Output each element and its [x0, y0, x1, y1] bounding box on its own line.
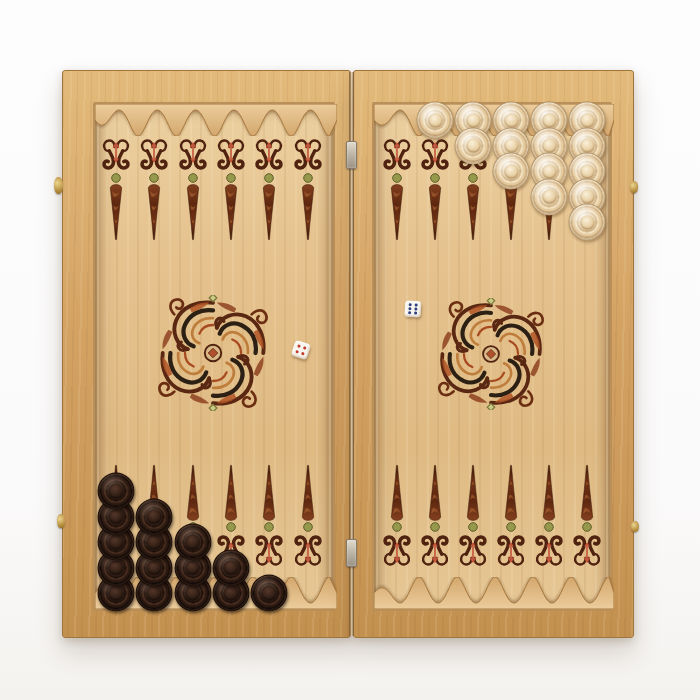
- die-pip: [414, 307, 417, 310]
- die-pip: [301, 352, 305, 356]
- point-bottom-left-6[interactable]: [290, 464, 326, 570]
- carved-scallop-edge: [95, 104, 333, 136]
- point-ornament: [290, 135, 326, 241]
- point-top-right-2[interactable]: [417, 135, 453, 241]
- point-ornament: [175, 135, 211, 241]
- backgammon-board-scene: ○○○○○○○○○○○○○○○●●●●●●●●●●●●●●●: [0, 0, 700, 700]
- point-ornament: [417, 464, 453, 570]
- point-ornament: [136, 135, 172, 241]
- point-ornament: [531, 464, 567, 570]
- point-ornament: [98, 135, 134, 241]
- point-top-left-1[interactable]: [98, 135, 134, 241]
- point-ornament: [213, 135, 249, 241]
- point-ornament: [455, 464, 491, 570]
- point-bottom-right-2[interactable]: [417, 464, 453, 570]
- checker-black[interactable]: ●: [251, 575, 288, 612]
- checker-glyph: ○: [570, 205, 605, 240]
- hinge-bottom: [346, 539, 357, 567]
- checker-glyph: ●: [252, 576, 287, 611]
- checker-glyph: ●: [99, 474, 134, 509]
- checker-white[interactable]: ○: [493, 153, 530, 190]
- die-pip: [409, 303, 412, 306]
- checker-black[interactable]: ●: [212, 549, 249, 586]
- point-bottom-left-5[interactable]: [251, 464, 287, 570]
- point-bottom-right-5[interactable]: [531, 464, 567, 570]
- clasp-pin-3: [630, 181, 638, 193]
- checker-black[interactable]: ●: [136, 498, 173, 535]
- die-pip: [295, 350, 299, 354]
- checker-white[interactable]: ○: [417, 102, 454, 139]
- checker-white[interactable]: ○: [569, 204, 606, 241]
- point-top-left-6[interactable]: [290, 135, 326, 241]
- die-pip: [297, 344, 301, 348]
- clasp-pin-4: [631, 521, 639, 532]
- checker-glyph: ○: [494, 154, 529, 189]
- point-ornament: [251, 464, 287, 570]
- checker-glyph: ○: [532, 179, 567, 214]
- checker-glyph: ●: [175, 525, 210, 560]
- hinge-top: [346, 141, 357, 169]
- point-bottom-right-3[interactable]: [455, 464, 491, 570]
- die-pip: [408, 311, 411, 314]
- point-ornament: [290, 464, 326, 570]
- point-ornament: [251, 135, 287, 241]
- die-pip: [414, 312, 417, 315]
- checker-glyph: ○: [456, 128, 491, 163]
- checker-glyph: ○: [418, 103, 453, 138]
- checker-white[interactable]: ○: [455, 127, 492, 164]
- point-ornament: [417, 135, 453, 241]
- point-top-left-3[interactable]: [175, 135, 211, 241]
- checker-black[interactable]: ●: [174, 524, 211, 561]
- point-ornament: [493, 464, 529, 570]
- checker-glyph: ●: [137, 499, 172, 534]
- point-bottom-right-1[interactable]: [379, 464, 415, 570]
- point-bottom-right-6[interactable]: [569, 464, 605, 570]
- clasp-pin-1: [54, 177, 63, 194]
- point-ornament: [379, 135, 415, 241]
- point-top-right-1[interactable]: [379, 135, 415, 241]
- checker-white[interactable]: ○: [531, 178, 568, 215]
- checker-glyph: ●: [213, 550, 248, 585]
- clasp-pin-2: [57, 514, 65, 528]
- point-top-left-5[interactable]: [251, 135, 287, 241]
- point-top-left-4[interactable]: [213, 135, 249, 241]
- point-top-left-2[interactable]: [136, 135, 172, 241]
- checker-black[interactable]: ●: [98, 473, 135, 510]
- carved-scallop-edge: [374, 577, 610, 609]
- point-ornament: [569, 464, 605, 570]
- die-pip: [408, 307, 411, 310]
- die-6[interactable]: [404, 300, 421, 317]
- die-pip: [303, 346, 307, 350]
- point-ornament: [379, 464, 415, 570]
- die-pip: [414, 303, 417, 306]
- point-bottom-right-4[interactable]: [493, 464, 529, 570]
